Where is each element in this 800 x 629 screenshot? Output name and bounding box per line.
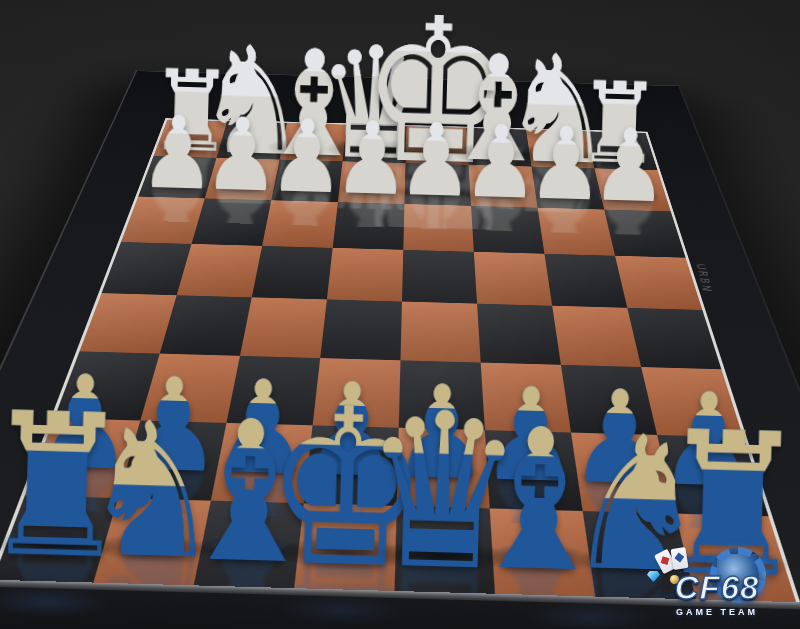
square-b4[interactable]: [160, 295, 252, 356]
board-scene: URBN ♜♜♜♞♞♞♝♝♝♛♛♛♚♚♚♝♝♝♞♞♞♜♜♜♟︎♟︎♟︎♟︎♟︎♟…: [0, 0, 800, 629]
square-e4[interactable]: [400, 302, 480, 363]
square-g5[interactable]: [544, 254, 627, 308]
square-b5[interactable]: [177, 244, 262, 297]
square-d5[interactable]: [327, 248, 403, 302]
square-c5[interactable]: [252, 246, 333, 300]
square-h5[interactable]: [615, 256, 702, 310]
square-f4[interactable]: [477, 304, 561, 365]
square-e5[interactable]: [402, 250, 477, 304]
square-c4[interactable]: [240, 297, 327, 358]
square-d4[interactable]: [320, 299, 402, 360]
cf68-logo: CF68 GAME TEAM: [638, 547, 796, 627]
logo-text: CF68: [638, 569, 796, 607]
logo-subtext: GAME TEAM: [638, 607, 796, 617]
square-f5[interactable]: [474, 252, 552, 306]
playing-card-club-icon: [670, 547, 688, 570]
scene: URBN ♜♜♜♞♞♞♝♝♝♛♛♛♚♚♚♝♝♝♞♞♞♜♜♜♟︎♟︎♟︎♟︎♟︎♟…: [0, 0, 800, 629]
square-h4[interactable]: [627, 308, 721, 369]
square-g4[interactable]: [552, 306, 641, 367]
